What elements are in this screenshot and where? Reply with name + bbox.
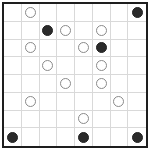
- cell-r8c5[interactable]: [75, 128, 93, 146]
- cell-r1c2[interactable]: [22, 4, 40, 22]
- cell-r4c4[interactable]: [57, 57, 75, 75]
- cell-r1c7[interactable]: [111, 4, 129, 22]
- cell-r7c7[interactable]: [111, 111, 129, 129]
- white-circle-clue: [25, 96, 36, 107]
- cell-r8c6[interactable]: [93, 128, 111, 146]
- cell-r2c1[interactable]: [4, 22, 22, 40]
- cell-r5c4[interactable]: [57, 75, 75, 93]
- cell-r5c7[interactable]: [111, 75, 129, 93]
- cell-r3c1[interactable]: [4, 40, 22, 58]
- cell-r8c8[interactable]: [128, 128, 146, 146]
- cell-r4c3[interactable]: [40, 57, 58, 75]
- cell-r4c2[interactable]: [22, 57, 40, 75]
- cell-r5c5[interactable]: [75, 75, 93, 93]
- cell-r2c7[interactable]: [111, 22, 129, 40]
- cell-r3c7[interactable]: [111, 40, 129, 58]
- cell-r2c3[interactable]: [40, 22, 58, 40]
- cell-r3c6[interactable]: [93, 40, 111, 58]
- cell-r8c2[interactable]: [22, 128, 40, 146]
- cell-r7c2[interactable]: [22, 111, 40, 129]
- white-circle-clue: [96, 25, 107, 36]
- cell-r1c4[interactable]: [57, 4, 75, 22]
- cell-r2c8[interactable]: [128, 22, 146, 40]
- cell-r6c7[interactable]: [111, 93, 129, 111]
- masyu-board: [2, 2, 148, 148]
- white-circle-clue: [96, 60, 107, 71]
- cell-r4c5[interactable]: [75, 57, 93, 75]
- cell-r4c7[interactable]: [111, 57, 129, 75]
- black-circle-clue: [42, 25, 53, 36]
- cell-r4c6[interactable]: [93, 57, 111, 75]
- cell-r2c4[interactable]: [57, 22, 75, 40]
- white-circle-clue: [25, 7, 36, 18]
- white-circle-clue: [60, 78, 71, 89]
- cell-r8c7[interactable]: [111, 128, 129, 146]
- black-circle-clue: [78, 132, 89, 143]
- white-circle-clue: [96, 78, 107, 89]
- cell-r5c6[interactable]: [93, 75, 111, 93]
- cell-r1c1[interactable]: [4, 4, 22, 22]
- cell-r5c3[interactable]: [40, 75, 58, 93]
- cell-r7c3[interactable]: [40, 111, 58, 129]
- white-circle-clue: [78, 113, 89, 124]
- cell-r4c8[interactable]: [128, 57, 146, 75]
- white-circle-clue: [25, 42, 36, 53]
- cell-r3c2[interactable]: [22, 40, 40, 58]
- cell-r7c4[interactable]: [57, 111, 75, 129]
- cell-r5c2[interactable]: [22, 75, 40, 93]
- black-circle-clue: [7, 132, 18, 143]
- cell-r7c8[interactable]: [128, 111, 146, 129]
- cell-r7c5[interactable]: [75, 111, 93, 129]
- cell-r6c1[interactable]: [4, 93, 22, 111]
- white-circle-clue: [113, 96, 124, 107]
- cell-r3c3[interactable]: [40, 40, 58, 58]
- black-circle-clue: [96, 42, 107, 53]
- cell-r6c6[interactable]: [93, 93, 111, 111]
- cell-r4c1[interactable]: [4, 57, 22, 75]
- cell-r8c4[interactable]: [57, 128, 75, 146]
- cell-r3c5[interactable]: [75, 40, 93, 58]
- cell-r3c8[interactable]: [128, 40, 146, 58]
- white-circle-clue: [42, 60, 53, 71]
- cell-r6c8[interactable]: [128, 93, 146, 111]
- cell-r7c1[interactable]: [4, 111, 22, 129]
- cell-r3c4[interactable]: [57, 40, 75, 58]
- cell-r2c5[interactable]: [75, 22, 93, 40]
- cell-r1c5[interactable]: [75, 4, 93, 22]
- cell-r2c6[interactable]: [93, 22, 111, 40]
- cell-r6c5[interactable]: [75, 93, 93, 111]
- cell-r6c3[interactable]: [40, 93, 58, 111]
- cell-r6c4[interactable]: [57, 93, 75, 111]
- cell-r6c2[interactable]: [22, 93, 40, 111]
- cell-r2c2[interactable]: [22, 22, 40, 40]
- white-circle-clue: [60, 25, 71, 36]
- white-circle-clue: [78, 42, 89, 53]
- cell-r5c1[interactable]: [4, 75, 22, 93]
- black-circle-clue: [132, 7, 143, 18]
- cell-r7c6[interactable]: [93, 111, 111, 129]
- black-circle-clue: [132, 132, 143, 143]
- cell-r1c8[interactable]: [128, 4, 146, 22]
- cell-r5c8[interactable]: [128, 75, 146, 93]
- cell-r8c3[interactable]: [40, 128, 58, 146]
- cell-r8c1[interactable]: [4, 128, 22, 146]
- cell-r1c6[interactable]: [93, 4, 111, 22]
- cell-r1c3[interactable]: [40, 4, 58, 22]
